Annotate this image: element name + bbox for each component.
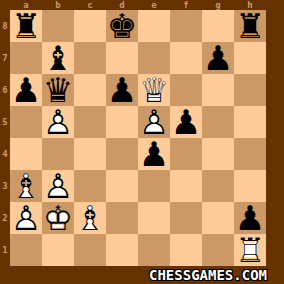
white-piece-outline-layer: ♙ xyxy=(42,106,74,138)
rank-label-2: 2 xyxy=(0,202,10,234)
square-e3[interactable] xyxy=(138,170,170,202)
square-e4[interactable]: ♟ xyxy=(138,138,170,170)
square-h5[interactable] xyxy=(234,106,266,138)
square-f3[interactable] xyxy=(170,170,202,202)
square-a8[interactable]: ♜ xyxy=(10,10,42,42)
square-b5[interactable]: ♟♙ xyxy=(42,106,74,138)
piece-black-pawn[interactable]: ♟ xyxy=(138,138,170,170)
square-h7[interactable] xyxy=(234,42,266,74)
piece-white-king[interactable]: ♚♔ xyxy=(42,202,74,234)
site-watermark: CHESSGAMES.COM xyxy=(149,268,267,282)
piece-white-pawn[interactable]: ♟♙ xyxy=(42,106,74,138)
piece-black-pawn[interactable]: ♟ xyxy=(10,74,42,106)
square-f7[interactable] xyxy=(170,42,202,74)
white-piece-outline-layer: ♔ xyxy=(42,202,74,234)
piece-black-pawn[interactable]: ♟ xyxy=(202,42,234,74)
white-piece-outline-layer: ♙ xyxy=(10,202,42,234)
square-h6[interactable] xyxy=(234,74,266,106)
square-d4[interactable] xyxy=(106,138,138,170)
square-d8[interactable]: ♚ xyxy=(106,10,138,42)
square-f1[interactable] xyxy=(170,234,202,266)
square-g6[interactable] xyxy=(202,74,234,106)
square-b2[interactable]: ♚♔ xyxy=(42,202,74,234)
piece-black-rook[interactable]: ♜ xyxy=(10,10,42,42)
square-g7[interactable]: ♟ xyxy=(202,42,234,74)
chess-board: ♜♚♜♝♟♟♛♟♛♕♟♙♟♙♟♟♝♗♟♙♟♙♚♔♝♗♟♜♖ xyxy=(10,10,266,266)
square-g5[interactable] xyxy=(202,106,234,138)
file-label-b: b xyxy=(42,0,74,10)
square-a5[interactable] xyxy=(10,106,42,138)
rank-label-3: 3 xyxy=(0,170,10,202)
square-f2[interactable] xyxy=(170,202,202,234)
square-h8[interactable]: ♜ xyxy=(234,10,266,42)
piece-white-pawn[interactable]: ♟♙ xyxy=(10,202,42,234)
square-d2[interactable] xyxy=(106,202,138,234)
square-a1[interactable] xyxy=(10,234,42,266)
piece-white-rook[interactable]: ♜♖ xyxy=(234,234,266,266)
square-c1[interactable] xyxy=(74,234,106,266)
rank-label-5: 5 xyxy=(0,106,10,138)
rank-label-1: 1 xyxy=(0,234,10,266)
piece-black-rook[interactable]: ♜ xyxy=(234,10,266,42)
piece-white-bishop[interactable]: ♝♗ xyxy=(74,202,106,234)
square-e1[interactable] xyxy=(138,234,170,266)
chess-diagram: abcdefgh 87654321 ♜♚♜♝♟♟♛♟♛♕♟♙♟♙♟♟♝♗♟♙♟♙… xyxy=(0,0,284,284)
piece-black-pawn[interactable]: ♟ xyxy=(106,74,138,106)
file-label-f: f xyxy=(170,0,202,10)
rank-label-8: 8 xyxy=(0,10,10,42)
square-g1[interactable] xyxy=(202,234,234,266)
square-d6[interactable]: ♟ xyxy=(106,74,138,106)
file-label-e: e xyxy=(138,0,170,10)
square-g4[interactable] xyxy=(202,138,234,170)
square-c4[interactable] xyxy=(74,138,106,170)
square-e8[interactable] xyxy=(138,10,170,42)
piece-black-king[interactable]: ♚ xyxy=(106,10,138,42)
rank-label-4: 4 xyxy=(0,138,10,170)
square-h1[interactable]: ♜♖ xyxy=(234,234,266,266)
square-f5[interactable]: ♟ xyxy=(170,106,202,138)
square-d1[interactable] xyxy=(106,234,138,266)
square-f8[interactable] xyxy=(170,10,202,42)
piece-black-pawn[interactable]: ♟ xyxy=(170,106,202,138)
square-g2[interactable] xyxy=(202,202,234,234)
file-labels: abcdefgh xyxy=(10,0,266,10)
square-a6[interactable]: ♟ xyxy=(10,74,42,106)
square-c2[interactable]: ♝♗ xyxy=(74,202,106,234)
white-piece-outline-layer: ♗ xyxy=(74,202,106,234)
square-c7[interactable] xyxy=(74,42,106,74)
white-piece-outline-layer: ♖ xyxy=(234,234,266,266)
rank-label-7: 7 xyxy=(0,42,10,74)
rank-labels: 87654321 xyxy=(0,10,10,266)
square-d5[interactable] xyxy=(106,106,138,138)
square-f4[interactable] xyxy=(170,138,202,170)
square-c6[interactable] xyxy=(74,74,106,106)
file-label-c: c xyxy=(74,0,106,10)
square-c8[interactable] xyxy=(74,10,106,42)
rank-label-6: 6 xyxy=(0,74,10,106)
square-b1[interactable] xyxy=(42,234,74,266)
square-d3[interactable] xyxy=(106,170,138,202)
square-a2[interactable]: ♟♙ xyxy=(10,202,42,234)
square-g3[interactable] xyxy=(202,170,234,202)
square-c5[interactable] xyxy=(74,106,106,138)
square-h4[interactable] xyxy=(234,138,266,170)
file-label-g: g xyxy=(202,0,234,10)
square-e2[interactable] xyxy=(138,202,170,234)
